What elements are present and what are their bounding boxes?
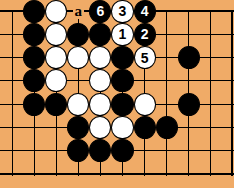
empty-point (89, 162, 111, 185)
white-stone (45, 69, 67, 92)
empty-point (200, 46, 222, 69)
black-stone (23, 23, 45, 46)
empty-point (1, 93, 23, 116)
occupied-point (178, 93, 200, 116)
occupied-point: 4 (134, 0, 156, 23)
occupied-point (111, 93, 133, 116)
stone-move-number: 2 (141, 27, 149, 41)
board-points: a634125 (1, 0, 234, 186)
black-stone (23, 69, 45, 92)
occupied-point (89, 23, 111, 46)
black-stone (178, 46, 200, 69)
empty-point (178, 69, 200, 92)
occupied-point (89, 69, 111, 92)
empty-point (222, 23, 234, 46)
empty-point (156, 93, 178, 116)
occupied-point (134, 116, 156, 139)
empty-point (23, 116, 45, 139)
stone-move-number: 4 (141, 4, 149, 18)
empty-point (200, 162, 222, 185)
black-stone (89, 139, 111, 162)
black-stone (111, 46, 133, 69)
black-stone (45, 93, 67, 116)
black-stone (23, 93, 45, 116)
occupied-point (111, 46, 133, 69)
black-stone (111, 139, 133, 162)
empty-point (156, 69, 178, 92)
occupied-point (89, 46, 111, 69)
white-stone: 3 (111, 0, 133, 23)
white-stone (45, 46, 67, 69)
occupied-point (67, 23, 89, 46)
empty-point (1, 139, 23, 162)
empty-point (178, 0, 200, 23)
empty-point (178, 23, 200, 46)
occupied-point (23, 69, 45, 92)
occupied-point (89, 93, 111, 116)
stone-move-number: 5 (141, 51, 149, 65)
occupied-point (89, 139, 111, 162)
black-stone (67, 116, 89, 139)
empty-point (178, 162, 200, 185)
empty-point (156, 162, 178, 185)
empty-point (200, 93, 222, 116)
occupied-point (45, 93, 67, 116)
occupied-point (67, 93, 89, 116)
white-stone (89, 116, 111, 139)
black-stone: 4 (134, 0, 156, 23)
empty-point (134, 139, 156, 162)
occupied-point (111, 69, 133, 92)
empty-point (200, 116, 222, 139)
occupied-point (45, 46, 67, 69)
black-stone (23, 0, 45, 23)
black-stone (178, 93, 200, 116)
occupied-point (23, 23, 45, 46)
occupied-point (23, 93, 45, 116)
occupied-point (111, 116, 133, 139)
empty-point (222, 69, 234, 92)
empty-point (200, 69, 222, 92)
black-stone (89, 23, 111, 46)
white-stone (134, 93, 156, 116)
occupied-point: 5 (134, 46, 156, 69)
black-stone (67, 23, 89, 46)
white-stone (67, 46, 89, 69)
point-label-a: a (67, 0, 89, 23)
white-stone: 1 (111, 23, 133, 46)
empty-point (200, 0, 222, 23)
empty-point (200, 139, 222, 162)
empty-point (156, 23, 178, 46)
empty-point (111, 162, 133, 185)
empty-point (156, 0, 178, 23)
black-stone (134, 116, 156, 139)
empty-point (23, 139, 45, 162)
white-stone (45, 23, 67, 46)
occupied-point: 2 (134, 23, 156, 46)
empty-point (156, 139, 178, 162)
white-stone: 5 (134, 46, 156, 69)
stone-move-number: 3 (119, 4, 127, 18)
empty-point (45, 116, 67, 139)
occupied-point (89, 116, 111, 139)
stone-move-number: 1 (119, 27, 127, 41)
occupied-point (45, 69, 67, 92)
black-stone (23, 46, 45, 69)
empty-point (1, 162, 23, 185)
empty-point (1, 46, 23, 69)
occupied-point (23, 0, 45, 23)
occupied-point (67, 139, 89, 162)
empty-point (23, 162, 45, 185)
empty-point (134, 69, 156, 92)
stone-move-number: 6 (96, 4, 104, 18)
black-stone: 6 (89, 0, 111, 23)
empty-point (1, 116, 23, 139)
black-stone (156, 116, 178, 139)
empty-point (134, 162, 156, 185)
occupied-point (23, 46, 45, 69)
empty-point (178, 116, 200, 139)
black-stone (111, 93, 133, 116)
empty-point (222, 162, 234, 185)
occupied-point (178, 46, 200, 69)
empty-point (67, 69, 89, 92)
white-stone (89, 93, 111, 116)
empty-point (45, 139, 67, 162)
black-stone (67, 139, 89, 162)
empty-point (1, 23, 23, 46)
empty-point (67, 162, 89, 185)
occupied-point: 6 (89, 0, 111, 23)
empty-point (222, 93, 234, 116)
white-stone (111, 116, 133, 139)
black-stone (111, 69, 133, 92)
empty-point (222, 46, 234, 69)
occupied-point (67, 46, 89, 69)
white-stone (67, 93, 89, 116)
empty-point (222, 139, 234, 162)
white-stone (89, 69, 111, 92)
empty-point (1, 0, 23, 23)
occupied-point: 3 (111, 0, 133, 23)
empty-point (45, 162, 67, 185)
go-board: a634125 (0, 0, 234, 188)
white-stone (45, 0, 67, 23)
white-stone (89, 46, 111, 69)
occupied-point (111, 139, 133, 162)
empty-point (1, 69, 23, 92)
black-stone: 2 (134, 23, 156, 46)
occupied-point (45, 0, 67, 23)
empty-point (178, 139, 200, 162)
occupied-point (67, 116, 89, 139)
occupied-point (45, 23, 67, 46)
occupied-point: 1 (111, 23, 133, 46)
occupied-point (156, 116, 178, 139)
empty-point (156, 46, 178, 69)
occupied-point (134, 93, 156, 116)
empty-point (222, 0, 234, 23)
empty-point (200, 23, 222, 46)
empty-point (222, 116, 234, 139)
point-label-text: a (73, 4, 85, 19)
